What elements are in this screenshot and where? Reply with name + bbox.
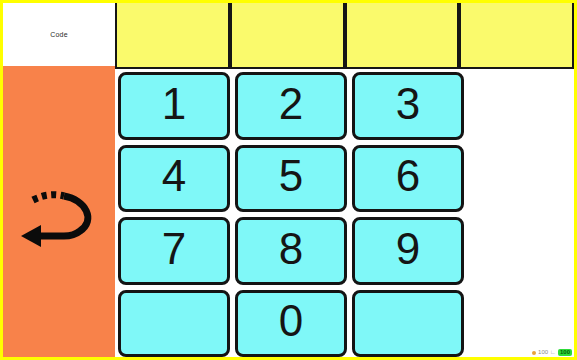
key-3[interactable]: 3 [352, 72, 464, 140]
key-6[interactable]: 6 [352, 145, 464, 213]
stat-dot-icon [532, 351, 536, 355]
key-blank[interactable] [352, 290, 464, 358]
keypad-grid: 1234567890 [115, 66, 466, 357]
code-display-cell-2 [230, 3, 345, 69]
back-panel[interactable] [3, 66, 115, 357]
key-2[interactable]: 2 [235, 72, 347, 140]
code-label-cell: Code [3, 3, 115, 66]
undo-return-arrow-icon[interactable] [19, 189, 99, 253]
keypad-screen: Code 1234567890 100 ∟ 100 [0, 0, 577, 360]
key-4[interactable]: 4 [118, 145, 230, 213]
code-display-cell-1 [115, 3, 230, 69]
key-0[interactable]: 0 [235, 290, 347, 358]
key-1[interactable]: 1 [118, 72, 230, 140]
key-5[interactable]: 5 [235, 145, 347, 213]
stats-overlay: 100 ∟ 100 [532, 349, 572, 356]
key-7[interactable]: 7 [118, 217, 230, 285]
stat-value-left: 100 [538, 349, 548, 356]
stat-badge: 100 [558, 349, 572, 356]
code-display-cell-3 [345, 3, 460, 69]
corner-angle-icon: ∟ [550, 349, 556, 356]
code-display-cell-4 [459, 3, 574, 69]
key-blank[interactable] [118, 290, 230, 358]
code-display [115, 3, 574, 69]
code-label: Code [50, 31, 68, 38]
key-9[interactable]: 9 [352, 217, 464, 285]
key-8[interactable]: 8 [235, 217, 347, 285]
